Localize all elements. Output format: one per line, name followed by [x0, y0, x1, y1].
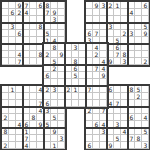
cell-r11c13 [86, 72, 93, 79]
cell-r17c21: 4 [142, 114, 149, 121]
cell-r7c14: 4 [93, 44, 100, 51]
cell-r9c14 [93, 58, 100, 65]
cell-r5c15 [100, 30, 107, 37]
cell-r3c17 [114, 16, 121, 23]
cell-r18c14: 6 [93, 121, 100, 128]
cell-r7c11: 3 [72, 44, 79, 51]
cell-r21c5 [30, 142, 37, 149]
cell-r14c17 [114, 93, 121, 100]
cell-r5c7: 5 [44, 30, 51, 37]
cell-r8c19 [128, 51, 135, 58]
cell-r18c7: 5 [44, 121, 51, 128]
cell-r17c5: 8 [30, 114, 37, 121]
cell-r5c21: 9 [142, 30, 149, 37]
cell-r17c3 [16, 114, 23, 121]
cell-r21c2 [9, 142, 16, 149]
cell-r16c18 [121, 107, 128, 114]
cell-r20c21 [142, 135, 149, 142]
cell-r8c1 [2, 51, 9, 58]
cell-r3c13 [86, 16, 93, 23]
cell-r14c20: 2 [135, 93, 142, 100]
cell-r1c7: 8 [44, 2, 51, 9]
cell-r10c9 [58, 65, 65, 72]
cell-r13c8: 3 [51, 86, 58, 93]
cell-r8c5 [30, 51, 37, 58]
cell-r18c4: 6 [23, 121, 30, 128]
cell-r13c10: 2 [65, 86, 72, 93]
cell-r8c17: 7 [114, 51, 121, 58]
cell-r9c2 [9, 58, 16, 65]
cell-r8c18: 8 [121, 51, 128, 58]
cell-r3c7 [44, 16, 51, 23]
cell-r9c13 [86, 58, 93, 65]
cell-r19c17 [114, 128, 121, 135]
cell-r7c4 [23, 44, 30, 51]
cell-r3c14 [93, 16, 100, 23]
cell-r12c14 [93, 79, 100, 86]
cell-r19c3 [16, 128, 23, 135]
cell-r7c2 [9, 44, 16, 51]
cell-r13c1 [2, 86, 9, 93]
cell-r18c17: 3 [114, 121, 121, 128]
grid-center: 8342925842674659232176 [42, 42, 109, 109]
cell-r20c19: 7 [128, 135, 135, 142]
cell-r1c20 [135, 2, 142, 9]
cell-r14c3 [16, 93, 23, 100]
cell-r3c8: 3 [51, 16, 58, 23]
cell-r15c18 [121, 100, 128, 107]
cell-r5c8 [51, 30, 58, 37]
cell-r2c9 [58, 9, 65, 16]
cell-r14c19 [128, 93, 135, 100]
cell-r9c18: 3 [121, 58, 128, 65]
cell-r1c13 [86, 2, 93, 9]
cell-r10c7 [44, 65, 51, 72]
cell-r9c19 [128, 58, 135, 65]
cell-r18c9 [58, 121, 65, 128]
cell-r4c1 [2, 23, 9, 30]
cell-r1c9 [58, 2, 65, 9]
cell-r4c9 [58, 23, 65, 30]
cell-r20c1 [2, 135, 9, 142]
cell-r9c7 [44, 58, 51, 65]
cell-r3c21 [142, 16, 149, 23]
cell-r17c1: 2 [2, 114, 9, 121]
cell-r16c5 [30, 107, 37, 114]
cell-r3c18 [121, 16, 128, 23]
cell-r11c10 [65, 72, 72, 79]
cell-r16c4 [23, 107, 30, 114]
cell-r15c10 [65, 100, 72, 107]
cell-r18c13 [86, 121, 93, 128]
cell-r21c8: 1 [51, 142, 58, 149]
cell-r4c4 [23, 23, 30, 30]
cell-r5c3: 6 [16, 30, 23, 37]
cell-r18c8 [51, 121, 58, 128]
cell-r4c15 [100, 23, 107, 30]
cell-r7c12 [79, 44, 86, 51]
cell-r16c2 [9, 107, 16, 114]
cell-r21c17 [114, 142, 121, 149]
cell-r9c20 [135, 58, 142, 65]
cell-r19c2 [9, 128, 16, 135]
cell-r17c15 [100, 114, 107, 121]
cell-r17c4 [23, 114, 30, 121]
cell-r5c6 [37, 30, 44, 37]
cell-r14c13 [86, 93, 93, 100]
cell-r15c1 [2, 100, 9, 107]
cell-r15c7: 6 [44, 100, 51, 107]
cell-r6c4 [23, 37, 30, 44]
cell-r17c19: 6 [128, 114, 135, 121]
cell-r18c2 [9, 121, 16, 128]
cell-r7c21 [142, 44, 149, 51]
cell-r2c16 [107, 9, 114, 16]
cell-r15c8 [51, 100, 58, 107]
cell-r21c6 [37, 142, 44, 149]
cell-r2c6 [37, 9, 44, 16]
cell-r8c13 [86, 51, 93, 58]
cell-r7c7 [44, 44, 51, 51]
cell-r10c12 [79, 65, 86, 72]
cell-r1c6: 6 [37, 2, 44, 9]
cell-r15c19 [128, 100, 135, 107]
cell-r13c21 [142, 86, 149, 93]
cell-r7c9 [58, 44, 65, 51]
cell-r11c7: 6 [44, 72, 51, 79]
cell-r2c2: 6 [9, 9, 16, 16]
cell-r8c21 [142, 51, 149, 58]
cell-r15c21 [142, 100, 149, 107]
cell-r2c4: 4 [23, 9, 30, 16]
cell-r18c19 [128, 121, 135, 128]
cell-r20c2 [9, 135, 16, 142]
cell-r9c9 [58, 58, 65, 65]
cell-r3c1 [2, 16, 9, 23]
cell-r14c12 [79, 93, 86, 100]
cell-r16c17 [114, 107, 121, 114]
cell-r15c12 [79, 100, 86, 107]
cell-r1c4: 7 [23, 2, 30, 9]
cell-r14c18 [121, 93, 128, 100]
cell-r7c8: 8 [51, 44, 58, 51]
cell-r18c20 [135, 121, 142, 128]
cell-r12c7 [44, 79, 51, 86]
cell-r15c13 [86, 100, 93, 107]
cell-r4c16: 3 [107, 23, 114, 30]
cell-r20c6 [37, 135, 44, 142]
cell-r1c2 [9, 2, 16, 9]
cell-r13c19: 8 [128, 86, 135, 93]
cell-r10c14: 7 [93, 65, 100, 72]
cell-r20c20: 8 [135, 135, 142, 142]
cell-r2c3: 2 [16, 9, 23, 16]
cell-r4c6: 8 [37, 23, 44, 30]
cell-r20c3 [16, 135, 23, 142]
cell-r8c20 [135, 51, 142, 58]
cell-r11c11: 5 [72, 72, 79, 79]
cell-r8c15 [100, 51, 107, 58]
cell-r1c16: 2 [107, 2, 114, 9]
cell-r3c4 [23, 16, 30, 23]
cell-r9c1 [2, 58, 9, 65]
cell-r15c2 [9, 100, 16, 107]
cell-r10c13 [86, 65, 93, 72]
cell-r2c15 [100, 9, 107, 16]
cell-r8c9: 9 [58, 51, 65, 58]
cell-r19c7 [44, 128, 51, 135]
cell-r3c15 [100, 16, 107, 23]
cell-r10c8: 2 [51, 65, 58, 72]
cell-r13c2: 1 [9, 86, 16, 93]
cell-r13c18 [121, 86, 128, 93]
cell-r17c9 [58, 114, 65, 121]
cell-r11c9 [58, 72, 65, 79]
cell-r4c2: 3 [9, 23, 16, 30]
cell-r7c10 [65, 44, 72, 51]
cell-r15c17: 7 [114, 100, 121, 107]
cell-r7c19 [128, 44, 135, 51]
cell-r3c3 [16, 16, 23, 23]
cell-r14c2 [9, 93, 16, 100]
cell-r19c15: 3 [100, 128, 107, 135]
cell-r17c18 [121, 114, 128, 121]
cell-r11c15: 9 [100, 72, 107, 79]
cell-r18c18 [121, 121, 128, 128]
cell-r12c15 [100, 79, 107, 86]
cell-r15c20 [135, 100, 142, 107]
cell-r13c14 [93, 86, 100, 93]
cell-r5c17 [114, 30, 121, 37]
cell-r14c11 [72, 93, 79, 100]
cell-r17c2 [9, 114, 16, 121]
cell-r13c17 [114, 86, 121, 93]
cell-r9c5 [30, 58, 37, 65]
cell-r20c15 [100, 135, 107, 142]
cell-r4c8 [51, 23, 58, 30]
cell-r21c1: 2 [2, 142, 9, 149]
cell-r2c8: 9 [51, 9, 58, 16]
cell-r1c19 [128, 2, 135, 9]
cell-r8c14: 2 [93, 51, 100, 58]
cell-r1c3: 9 [16, 2, 23, 9]
cell-r17c16 [107, 114, 114, 121]
cell-r20c9: 3 [58, 135, 65, 142]
cell-r2c21 [142, 9, 149, 16]
cell-r17c14 [93, 114, 100, 121]
cell-r16c20 [135, 107, 142, 114]
cell-r2c18 [121, 9, 128, 16]
cell-r15c15 [100, 100, 107, 107]
cell-r4c19 [128, 23, 135, 30]
cell-r9c11: 8 [72, 58, 79, 65]
cell-r7c15 [100, 44, 107, 51]
cell-r6c1 [2, 37, 9, 44]
cell-r21c15 [100, 142, 107, 149]
cell-r18c1 [2, 121, 9, 128]
cell-r5c4 [23, 30, 30, 37]
cell-r17c7 [44, 114, 51, 121]
cell-r9c15: 4 [100, 58, 107, 65]
cell-r10c15: 4 [100, 65, 107, 72]
cell-r16c21 [142, 107, 149, 114]
cell-r4c21: 5 [142, 23, 149, 30]
cell-r11c12 [79, 72, 86, 79]
cell-r21c16: 9 [107, 142, 114, 149]
cell-r1c18 [121, 2, 128, 9]
cell-r13c11: 1 [72, 86, 79, 93]
cell-r19c18: 4 [121, 128, 128, 135]
cell-r4c18 [121, 23, 128, 30]
cell-r7c13 [86, 44, 93, 51]
cell-r3c6 [37, 16, 44, 23]
cell-r15c3 [16, 100, 23, 107]
cell-r7c1 [2, 44, 9, 51]
cell-r9c3: 7 [16, 58, 23, 65]
cell-r9c4 [23, 58, 30, 65]
cell-r11c14 [93, 72, 100, 79]
cell-r13c4 [23, 86, 30, 93]
cell-r1c17: 1 [114, 2, 121, 9]
cell-r3c16 [107, 16, 114, 23]
cell-r20c16 [107, 135, 114, 142]
cell-r5c14: 7 [93, 30, 100, 37]
cell-r17c13 [86, 114, 93, 121]
cell-r14c8 [51, 93, 58, 100]
cell-r13c7: 2 [44, 86, 51, 93]
cell-r12c11 [72, 79, 79, 86]
cell-r2c7: 7 [44, 9, 51, 16]
cell-r14c1 [2, 93, 9, 100]
cell-r2c1 [2, 9, 9, 16]
cell-r4c17 [114, 23, 121, 30]
cell-r21c18 [121, 142, 128, 149]
cell-r21c3 [16, 142, 23, 149]
cell-r6c18 [121, 37, 128, 44]
cell-r8c10 [65, 51, 72, 58]
cell-r21c14 [93, 142, 100, 149]
cell-r8c12 [79, 51, 86, 58]
cell-r9c12 [79, 58, 86, 65]
cell-r5c20 [135, 30, 142, 37]
cell-r18c5 [30, 121, 37, 128]
cell-r8c4 [23, 51, 30, 58]
cell-r1c8 [51, 2, 58, 9]
cell-r12c9 [58, 79, 65, 86]
cell-r18c15: 4 [100, 121, 107, 128]
cell-r17c20 [135, 114, 142, 121]
cell-r19c14 [93, 128, 100, 135]
cell-r20c5 [30, 135, 37, 142]
cell-r9c8: 5 [51, 58, 58, 65]
cell-r7c18 [121, 44, 128, 51]
cell-r1c14: 9 [93, 2, 100, 9]
cell-r6c19 [128, 37, 135, 44]
cell-r19c4: 1 [23, 128, 30, 135]
cell-r15c5 [30, 100, 37, 107]
cell-r3c2 [9, 16, 16, 23]
cell-r13c3 [16, 86, 23, 93]
cell-r14c14 [93, 93, 100, 100]
cell-r21c4: 4 [23, 142, 30, 149]
cell-r7c5 [30, 44, 37, 51]
cell-r13c9 [58, 86, 65, 93]
cell-r7c3 [16, 44, 23, 51]
cell-r13c20: 5 [135, 86, 142, 93]
cell-r19c1: 8 [2, 128, 9, 135]
cell-r21c20 [135, 142, 142, 149]
cell-r21c7 [44, 142, 51, 149]
cell-r18c3: 4 [16, 121, 23, 128]
cell-r1c21: 6 [142, 2, 149, 9]
cell-r10c11: 6 [72, 65, 79, 72]
cell-r17c6 [37, 114, 44, 121]
cell-r20c8 [51, 135, 58, 142]
cell-r4c20 [135, 23, 142, 30]
cell-r5c1 [2, 30, 9, 37]
cell-r13c12 [79, 86, 86, 93]
cell-r6c2 [9, 37, 16, 44]
cell-r20c4: 7 [23, 135, 30, 142]
cell-r14c10 [65, 93, 72, 100]
cell-r14c21 [142, 93, 149, 100]
cell-r20c14 [93, 135, 100, 142]
cell-r2c5 [30, 9, 37, 16]
cell-r21c13: 6 [86, 142, 93, 149]
cell-r6c21 [142, 37, 149, 44]
cell-r6c20 [135, 37, 142, 44]
cell-r14c15 [100, 93, 107, 100]
cell-r4c3 [16, 23, 23, 30]
cell-r8c7: 2 [44, 51, 51, 58]
cell-r19c20 [135, 128, 142, 135]
cell-r8c2 [9, 51, 16, 58]
cell-r3c19 [128, 16, 135, 23]
cell-r17c8: 5 [51, 114, 58, 121]
cell-r18c16 [107, 121, 114, 128]
cell-r5c2 [9, 30, 16, 37]
cell-r5c16 [107, 30, 114, 37]
cell-r3c5 [30, 16, 37, 23]
cell-r14c7 [44, 93, 51, 100]
cell-r6c3 [16, 37, 23, 44]
cell-r19c6 [37, 128, 44, 135]
cell-r9c21: 2 [142, 58, 149, 65]
cell-r5c18: 2 [121, 30, 128, 37]
cell-r20c18 [121, 135, 128, 142]
cell-r1c5 [30, 2, 37, 9]
cell-r8c3: 4 [16, 51, 23, 58]
cell-r11c8 [51, 72, 58, 79]
cell-r12c12 [79, 79, 86, 86]
cell-r12c13 [86, 79, 93, 86]
cell-r16c3 [16, 107, 23, 114]
cell-r7c20 [135, 44, 142, 51]
cell-r2c17 [114, 9, 121, 16]
cell-r16c1 [2, 107, 9, 114]
cell-r12c10 [65, 79, 72, 86]
cell-r1c15: 3 [100, 2, 107, 9]
cell-r15c11 [72, 100, 79, 107]
cell-r2c14 [93, 9, 100, 16]
cell-r13c13: 7 [86, 86, 93, 93]
cell-r8c8 [51, 51, 58, 58]
cell-r15c14 [93, 100, 100, 107]
cell-r4c14 [93, 23, 100, 30]
cell-r2c20 [135, 9, 142, 16]
cell-r19c13 [86, 128, 93, 135]
cell-r6c5 [30, 37, 37, 44]
